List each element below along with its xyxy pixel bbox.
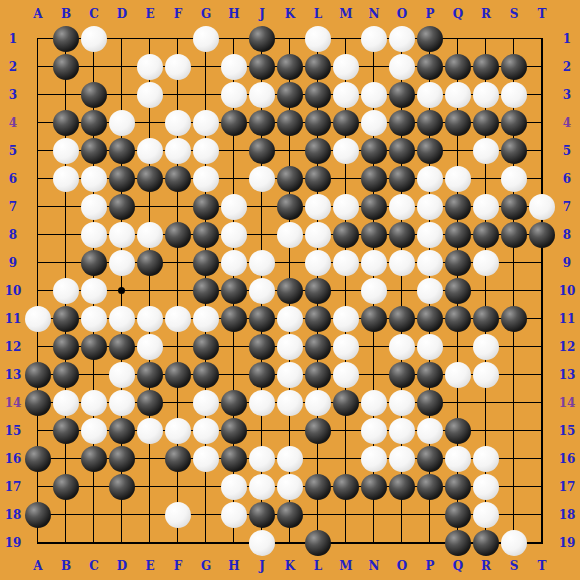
intersection-A5[interactable]: [24, 137, 52, 165]
intersection-F19[interactable]: [164, 529, 192, 557]
intersection-R13[interactable]: [472, 361, 500, 389]
intersection-R3[interactable]: [472, 81, 500, 109]
intersection-N9[interactable]: [360, 249, 388, 277]
intersection-G4[interactable]: [192, 109, 220, 137]
intersection-A7[interactable]: [24, 193, 52, 221]
intersection-S7[interactable]: [500, 193, 528, 221]
intersection-T1[interactable]: [528, 25, 556, 53]
intersection-C3[interactable]: [80, 81, 108, 109]
intersection-J19[interactable]: [248, 529, 276, 557]
intersection-M17[interactable]: [332, 473, 360, 501]
intersection-N17[interactable]: [360, 473, 388, 501]
intersection-M12[interactable]: [332, 333, 360, 361]
intersection-E19[interactable]: [136, 529, 164, 557]
intersection-E5[interactable]: [136, 137, 164, 165]
intersection-M9[interactable]: [332, 249, 360, 277]
intersection-F16[interactable]: [164, 445, 192, 473]
intersection-G13[interactable]: [192, 361, 220, 389]
intersection-T19[interactable]: [528, 529, 556, 557]
intersection-B15[interactable]: [52, 417, 80, 445]
intersection-H15[interactable]: [220, 417, 248, 445]
intersection-N7[interactable]: [360, 193, 388, 221]
intersection-F7[interactable]: [164, 193, 192, 221]
intersection-M13[interactable]: [332, 361, 360, 389]
intersection-R7[interactable]: [472, 193, 500, 221]
intersection-N12[interactable]: [360, 333, 388, 361]
intersection-C14[interactable]: [80, 389, 108, 417]
intersection-B16[interactable]: [52, 445, 80, 473]
intersection-T12[interactable]: [528, 333, 556, 361]
intersection-Q7[interactable]: [444, 193, 472, 221]
intersection-C16[interactable]: [80, 445, 108, 473]
intersection-L16[interactable]: [304, 445, 332, 473]
intersection-B12[interactable]: [52, 333, 80, 361]
intersection-P2[interactable]: [416, 53, 444, 81]
intersection-B6[interactable]: [52, 165, 80, 193]
intersection-Q5[interactable]: [444, 137, 472, 165]
intersection-E3[interactable]: [136, 81, 164, 109]
intersection-O13[interactable]: [388, 361, 416, 389]
intersection-Q4[interactable]: [444, 109, 472, 137]
intersection-O12[interactable]: [388, 333, 416, 361]
intersection-P1[interactable]: [416, 25, 444, 53]
intersection-C2[interactable]: [80, 53, 108, 81]
intersection-K11[interactable]: [276, 305, 304, 333]
intersection-C18[interactable]: [80, 501, 108, 529]
intersection-H14[interactable]: [220, 389, 248, 417]
intersection-O7[interactable]: [388, 193, 416, 221]
intersection-A13[interactable]: [24, 361, 52, 389]
intersection-D14[interactable]: [108, 389, 136, 417]
intersection-F8[interactable]: [164, 221, 192, 249]
intersection-L6[interactable]: [304, 165, 332, 193]
intersection-L9[interactable]: [304, 249, 332, 277]
intersection-O9[interactable]: [388, 249, 416, 277]
intersection-H7[interactable]: [220, 193, 248, 221]
intersection-E15[interactable]: [136, 417, 164, 445]
intersection-R12[interactable]: [472, 333, 500, 361]
intersection-P4[interactable]: [416, 109, 444, 137]
intersection-E4[interactable]: [136, 109, 164, 137]
intersection-A19[interactable]: [24, 529, 52, 557]
intersection-E11[interactable]: [136, 305, 164, 333]
intersection-L3[interactable]: [304, 81, 332, 109]
intersection-D18[interactable]: [108, 501, 136, 529]
intersection-Q1[interactable]: [444, 25, 472, 53]
intersection-M11[interactable]: [332, 305, 360, 333]
intersection-P15[interactable]: [416, 417, 444, 445]
intersection-B11[interactable]: [52, 305, 80, 333]
intersection-D17[interactable]: [108, 473, 136, 501]
intersection-T9[interactable]: [528, 249, 556, 277]
intersection-A8[interactable]: [24, 221, 52, 249]
intersection-O11[interactable]: [388, 305, 416, 333]
intersection-Q9[interactable]: [444, 249, 472, 277]
intersection-G15[interactable]: [192, 417, 220, 445]
intersection-P12[interactable]: [416, 333, 444, 361]
intersection-F14[interactable]: [164, 389, 192, 417]
intersection-L12[interactable]: [304, 333, 332, 361]
intersection-D10[interactable]: [108, 277, 136, 305]
intersection-H13[interactable]: [220, 361, 248, 389]
intersection-B5[interactable]: [52, 137, 80, 165]
intersection-S1[interactable]: [500, 25, 528, 53]
intersection-F2[interactable]: [164, 53, 192, 81]
intersection-J17[interactable]: [248, 473, 276, 501]
intersection-G2[interactable]: [192, 53, 220, 81]
intersection-M14[interactable]: [332, 389, 360, 417]
intersection-T11[interactable]: [528, 305, 556, 333]
intersection-L17[interactable]: [304, 473, 332, 501]
intersection-C6[interactable]: [80, 165, 108, 193]
intersection-K7[interactable]: [276, 193, 304, 221]
intersection-D5[interactable]: [108, 137, 136, 165]
intersection-E6[interactable]: [136, 165, 164, 193]
intersection-S5[interactable]: [500, 137, 528, 165]
intersection-H2[interactable]: [220, 53, 248, 81]
intersection-N2[interactable]: [360, 53, 388, 81]
intersection-J4[interactable]: [248, 109, 276, 137]
intersection-S9[interactable]: [500, 249, 528, 277]
intersection-D3[interactable]: [108, 81, 136, 109]
intersection-H5[interactable]: [220, 137, 248, 165]
intersection-N13[interactable]: [360, 361, 388, 389]
intersection-O14[interactable]: [388, 389, 416, 417]
intersection-F13[interactable]: [164, 361, 192, 389]
intersection-A14[interactable]: [24, 389, 52, 417]
intersection-T7[interactable]: [528, 193, 556, 221]
intersection-J5[interactable]: [248, 137, 276, 165]
intersection-B2[interactable]: [52, 53, 80, 81]
intersection-F17[interactable]: [164, 473, 192, 501]
intersection-M19[interactable]: [332, 529, 360, 557]
intersection-C12[interactable]: [80, 333, 108, 361]
intersection-R17[interactable]: [472, 473, 500, 501]
intersection-P10[interactable]: [416, 277, 444, 305]
intersection-S2[interactable]: [500, 53, 528, 81]
intersection-Q14[interactable]: [444, 389, 472, 417]
intersection-J1[interactable]: [248, 25, 276, 53]
intersection-J14[interactable]: [248, 389, 276, 417]
intersection-S15[interactable]: [500, 417, 528, 445]
intersection-K13[interactable]: [276, 361, 304, 389]
intersection-F15[interactable]: [164, 417, 192, 445]
intersection-A16[interactable]: [24, 445, 52, 473]
intersection-O4[interactable]: [388, 109, 416, 137]
intersection-O18[interactable]: [388, 501, 416, 529]
intersection-B13[interactable]: [52, 361, 80, 389]
intersection-M6[interactable]: [332, 165, 360, 193]
intersection-K18[interactable]: [276, 501, 304, 529]
intersection-E18[interactable]: [136, 501, 164, 529]
intersection-O17[interactable]: [388, 473, 416, 501]
intersection-S11[interactable]: [500, 305, 528, 333]
intersection-S18[interactable]: [500, 501, 528, 529]
intersection-K4[interactable]: [276, 109, 304, 137]
intersection-S6[interactable]: [500, 165, 528, 193]
intersection-K10[interactable]: [276, 277, 304, 305]
intersection-H18[interactable]: [220, 501, 248, 529]
intersection-E8[interactable]: [136, 221, 164, 249]
intersection-D13[interactable]: [108, 361, 136, 389]
intersection-Q8[interactable]: [444, 221, 472, 249]
intersection-D7[interactable]: [108, 193, 136, 221]
intersection-A3[interactable]: [24, 81, 52, 109]
intersection-S8[interactable]: [500, 221, 528, 249]
intersection-C19[interactable]: [80, 529, 108, 557]
intersection-R16[interactable]: [472, 445, 500, 473]
intersection-L5[interactable]: [304, 137, 332, 165]
intersection-M10[interactable]: [332, 277, 360, 305]
intersection-M8[interactable]: [332, 221, 360, 249]
intersection-G11[interactable]: [192, 305, 220, 333]
intersection-K9[interactable]: [276, 249, 304, 277]
intersection-S10[interactable]: [500, 277, 528, 305]
intersection-T15[interactable]: [528, 417, 556, 445]
intersection-H1[interactable]: [220, 25, 248, 53]
intersection-J3[interactable]: [248, 81, 276, 109]
intersection-N14[interactable]: [360, 389, 388, 417]
intersection-B14[interactable]: [52, 389, 80, 417]
intersection-E9[interactable]: [136, 249, 164, 277]
intersection-R9[interactable]: [472, 249, 500, 277]
intersection-F18[interactable]: [164, 501, 192, 529]
intersection-D9[interactable]: [108, 249, 136, 277]
intersection-P6[interactable]: [416, 165, 444, 193]
intersection-H9[interactable]: [220, 249, 248, 277]
intersection-Q17[interactable]: [444, 473, 472, 501]
intersection-A4[interactable]: [24, 109, 52, 137]
intersection-P14[interactable]: [416, 389, 444, 417]
intersection-M4[interactable]: [332, 109, 360, 137]
intersection-J6[interactable]: [248, 165, 276, 193]
intersection-N15[interactable]: [360, 417, 388, 445]
intersection-A11[interactable]: [24, 305, 52, 333]
intersection-N10[interactable]: [360, 277, 388, 305]
intersection-S17[interactable]: [500, 473, 528, 501]
intersection-Q12[interactable]: [444, 333, 472, 361]
intersection-L10[interactable]: [304, 277, 332, 305]
intersection-C10[interactable]: [80, 277, 108, 305]
intersection-T17[interactable]: [528, 473, 556, 501]
intersection-N8[interactable]: [360, 221, 388, 249]
intersection-C8[interactable]: [80, 221, 108, 249]
intersection-B18[interactable]: [52, 501, 80, 529]
intersection-E1[interactable]: [136, 25, 164, 53]
intersection-K17[interactable]: [276, 473, 304, 501]
intersection-F10[interactable]: [164, 277, 192, 305]
intersection-C13[interactable]: [80, 361, 108, 389]
intersection-A17[interactable]: [24, 473, 52, 501]
intersection-K12[interactable]: [276, 333, 304, 361]
intersection-G17[interactable]: [192, 473, 220, 501]
intersection-F4[interactable]: [164, 109, 192, 137]
intersection-S13[interactable]: [500, 361, 528, 389]
intersection-F5[interactable]: [164, 137, 192, 165]
intersection-B17[interactable]: [52, 473, 80, 501]
intersection-S16[interactable]: [500, 445, 528, 473]
intersection-R4[interactable]: [472, 109, 500, 137]
intersection-R1[interactable]: [472, 25, 500, 53]
intersection-D15[interactable]: [108, 417, 136, 445]
intersection-P13[interactable]: [416, 361, 444, 389]
intersection-E16[interactable]: [136, 445, 164, 473]
intersection-T14[interactable]: [528, 389, 556, 417]
intersection-N11[interactable]: [360, 305, 388, 333]
intersection-G19[interactable]: [192, 529, 220, 557]
intersection-C17[interactable]: [80, 473, 108, 501]
intersection-S3[interactable]: [500, 81, 528, 109]
intersection-O19[interactable]: [388, 529, 416, 557]
intersection-J7[interactable]: [248, 193, 276, 221]
intersection-G12[interactable]: [192, 333, 220, 361]
intersection-N16[interactable]: [360, 445, 388, 473]
intersection-G10[interactable]: [192, 277, 220, 305]
intersection-P17[interactable]: [416, 473, 444, 501]
intersection-M16[interactable]: [332, 445, 360, 473]
intersection-A12[interactable]: [24, 333, 52, 361]
intersection-Q6[interactable]: [444, 165, 472, 193]
intersection-P9[interactable]: [416, 249, 444, 277]
intersection-J15[interactable]: [248, 417, 276, 445]
intersection-S19[interactable]: [500, 529, 528, 557]
intersection-G3[interactable]: [192, 81, 220, 109]
intersection-B3[interactable]: [52, 81, 80, 109]
intersection-R10[interactable]: [472, 277, 500, 305]
intersection-A10[interactable]: [24, 277, 52, 305]
intersection-F6[interactable]: [164, 165, 192, 193]
intersection-Q2[interactable]: [444, 53, 472, 81]
intersection-K3[interactable]: [276, 81, 304, 109]
intersection-G14[interactable]: [192, 389, 220, 417]
intersection-C7[interactable]: [80, 193, 108, 221]
intersection-N18[interactable]: [360, 501, 388, 529]
intersection-T2[interactable]: [528, 53, 556, 81]
intersection-H8[interactable]: [220, 221, 248, 249]
intersection-K5[interactable]: [276, 137, 304, 165]
intersection-P3[interactable]: [416, 81, 444, 109]
intersection-D6[interactable]: [108, 165, 136, 193]
intersection-L2[interactable]: [304, 53, 332, 81]
intersection-O8[interactable]: [388, 221, 416, 249]
intersection-C5[interactable]: [80, 137, 108, 165]
intersection-Q10[interactable]: [444, 277, 472, 305]
intersection-F11[interactable]: [164, 305, 192, 333]
intersection-R6[interactable]: [472, 165, 500, 193]
intersection-L7[interactable]: [304, 193, 332, 221]
intersection-F12[interactable]: [164, 333, 192, 361]
intersection-E2[interactable]: [136, 53, 164, 81]
intersection-Q18[interactable]: [444, 501, 472, 529]
intersection-O2[interactable]: [388, 53, 416, 81]
intersection-R15[interactable]: [472, 417, 500, 445]
intersection-K1[interactable]: [276, 25, 304, 53]
intersection-L14[interactable]: [304, 389, 332, 417]
intersection-O16[interactable]: [388, 445, 416, 473]
intersection-P16[interactable]: [416, 445, 444, 473]
intersection-T4[interactable]: [528, 109, 556, 137]
intersection-S12[interactable]: [500, 333, 528, 361]
intersection-G16[interactable]: [192, 445, 220, 473]
intersection-K2[interactable]: [276, 53, 304, 81]
intersection-P11[interactable]: [416, 305, 444, 333]
intersection-T10[interactable]: [528, 277, 556, 305]
intersection-E12[interactable]: [136, 333, 164, 361]
intersection-D1[interactable]: [108, 25, 136, 53]
intersection-F9[interactable]: [164, 249, 192, 277]
intersection-K19[interactable]: [276, 529, 304, 557]
intersection-Q11[interactable]: [444, 305, 472, 333]
intersection-L19[interactable]: [304, 529, 332, 557]
intersection-H10[interactable]: [220, 277, 248, 305]
intersection-J18[interactable]: [248, 501, 276, 529]
intersection-A15[interactable]: [24, 417, 52, 445]
intersection-C1[interactable]: [80, 25, 108, 53]
intersection-M5[interactable]: [332, 137, 360, 165]
intersection-K15[interactable]: [276, 417, 304, 445]
intersection-H16[interactable]: [220, 445, 248, 473]
intersection-T6[interactable]: [528, 165, 556, 193]
intersection-P19[interactable]: [416, 529, 444, 557]
intersection-G5[interactable]: [192, 137, 220, 165]
intersection-J10[interactable]: [248, 277, 276, 305]
intersection-A1[interactable]: [24, 25, 52, 53]
intersection-R11[interactable]: [472, 305, 500, 333]
intersection-H19[interactable]: [220, 529, 248, 557]
intersection-M2[interactable]: [332, 53, 360, 81]
intersection-E10[interactable]: [136, 277, 164, 305]
intersection-N6[interactable]: [360, 165, 388, 193]
intersection-R2[interactable]: [472, 53, 500, 81]
intersection-E17[interactable]: [136, 473, 164, 501]
intersection-B8[interactable]: [52, 221, 80, 249]
intersection-G1[interactable]: [192, 25, 220, 53]
intersection-O1[interactable]: [388, 25, 416, 53]
intersection-G8[interactable]: [192, 221, 220, 249]
intersection-B10[interactable]: [52, 277, 80, 305]
intersection-C11[interactable]: [80, 305, 108, 333]
intersection-A9[interactable]: [24, 249, 52, 277]
intersection-L8[interactable]: [304, 221, 332, 249]
intersection-B1[interactable]: [52, 25, 80, 53]
intersection-G7[interactable]: [192, 193, 220, 221]
intersection-R5[interactable]: [472, 137, 500, 165]
intersection-B9[interactable]: [52, 249, 80, 277]
intersection-H17[interactable]: [220, 473, 248, 501]
intersection-J11[interactable]: [248, 305, 276, 333]
intersection-P8[interactable]: [416, 221, 444, 249]
intersection-O3[interactable]: [388, 81, 416, 109]
intersection-B4[interactable]: [52, 109, 80, 137]
intersection-E13[interactable]: [136, 361, 164, 389]
intersection-T5[interactable]: [528, 137, 556, 165]
intersection-F1[interactable]: [164, 25, 192, 53]
intersection-M3[interactable]: [332, 81, 360, 109]
intersection-P18[interactable]: [416, 501, 444, 529]
intersection-Q3[interactable]: [444, 81, 472, 109]
intersection-G6[interactable]: [192, 165, 220, 193]
intersection-P7[interactable]: [416, 193, 444, 221]
intersection-N3[interactable]: [360, 81, 388, 109]
intersection-O6[interactable]: [388, 165, 416, 193]
intersection-K6[interactable]: [276, 165, 304, 193]
intersection-T3[interactable]: [528, 81, 556, 109]
intersection-D2[interactable]: [108, 53, 136, 81]
intersection-G9[interactable]: [192, 249, 220, 277]
intersection-L11[interactable]: [304, 305, 332, 333]
intersection-R18[interactable]: [472, 501, 500, 529]
intersection-E7[interactable]: [136, 193, 164, 221]
